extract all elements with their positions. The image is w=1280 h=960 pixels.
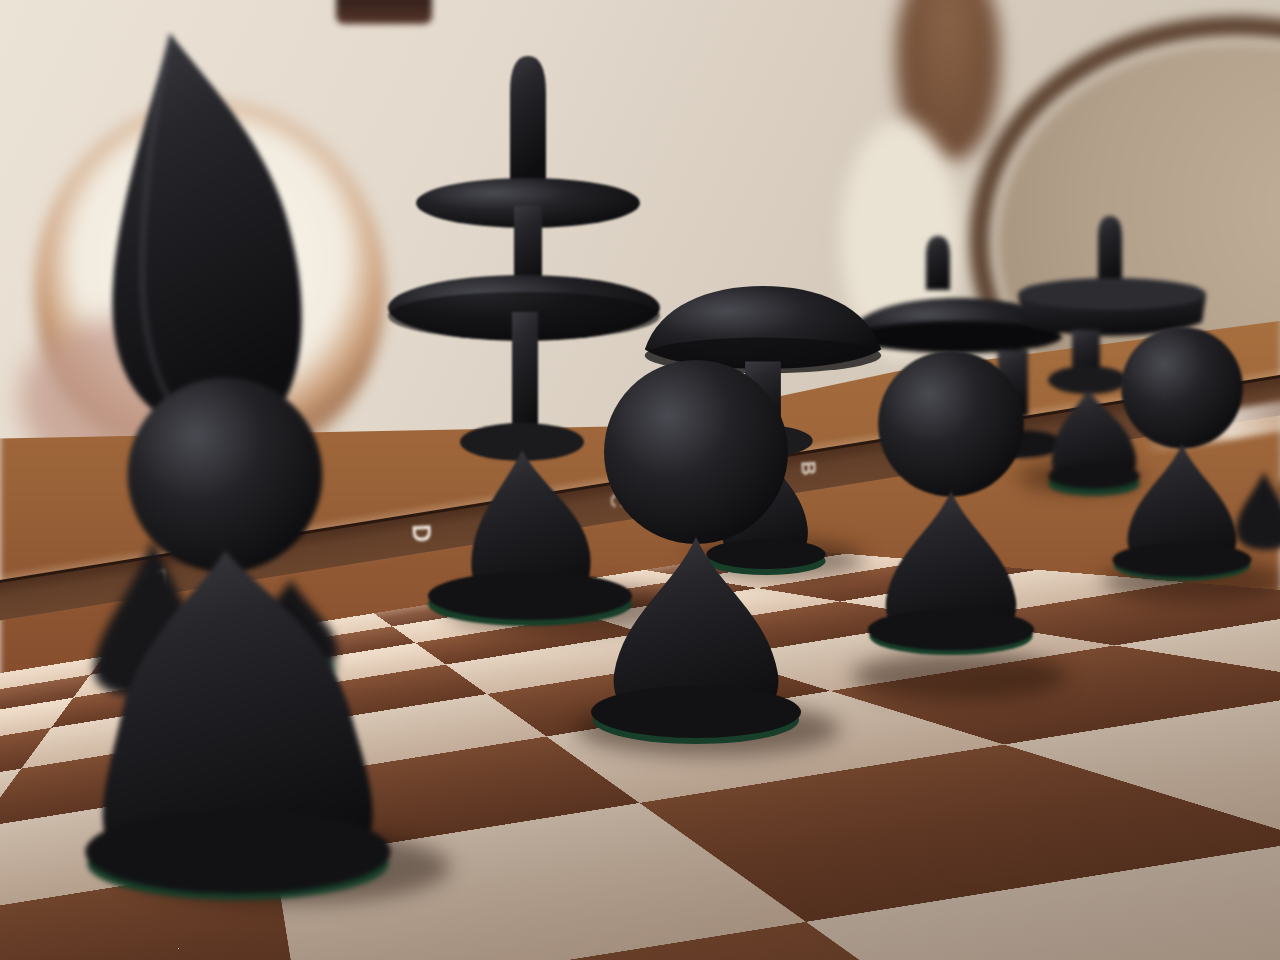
black-king-piece[interactable]: ♚ (52, 28, 434, 912)
black-pawn-piece[interactable]: ♟ (565, 352, 827, 752)
photo-canvas: E D C B ♞ (0, 0, 1280, 960)
black-pawn-piece[interactable]: ♟ (848, 304, 1054, 702)
picture-frame-corner (336, 0, 432, 24)
black-pawn-piece[interactable]: ♟ (1096, 298, 1268, 610)
